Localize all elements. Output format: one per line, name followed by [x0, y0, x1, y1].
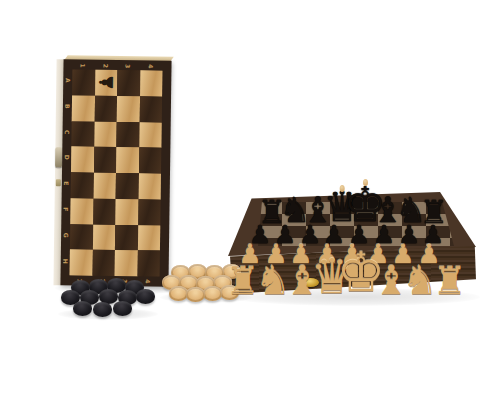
rank-label-top: 4	[147, 64, 153, 68]
board-square	[115, 224, 138, 250]
board-square	[94, 121, 117, 147]
board-square	[117, 96, 140, 122]
checker-black[interactable]	[73, 301, 92, 316]
rank-label-top: 1	[80, 63, 86, 67]
board-square	[116, 122, 139, 148]
board-square	[115, 199, 138, 225]
folded-chessboard: ♟ 12341234ABCDEFGH	[60, 59, 171, 286]
checker-black[interactable]	[136, 289, 155, 304]
board-square	[70, 224, 93, 250]
board-face: ♟ 12341234ABCDEFGH	[60, 59, 171, 286]
file-label: B	[64, 104, 70, 109]
checker-black[interactable]	[113, 301, 132, 316]
board-square	[138, 199, 161, 225]
natural-wood-finial	[363, 179, 368, 186]
board-square	[92, 224, 115, 250]
file-label: H	[62, 258, 68, 263]
board-grid: ♟	[70, 69, 163, 276]
board-square	[138, 173, 161, 199]
checker-black[interactable]	[93, 302, 112, 317]
board-square	[115, 250, 138, 276]
board-square	[71, 121, 94, 147]
file-label: D	[63, 155, 69, 160]
board-square	[140, 70, 163, 96]
board-square	[116, 147, 139, 173]
file-label: C	[63, 130, 69, 134]
board-square	[137, 225, 160, 251]
rank-label-top: 2	[102, 63, 108, 67]
board-square	[71, 147, 94, 173]
metal-hinge-icon	[56, 179, 61, 186]
board-square: ♟	[95, 70, 118, 96]
board-square	[139, 96, 162, 122]
board-square	[138, 148, 161, 174]
board-square	[137, 251, 160, 277]
board-square	[93, 198, 116, 224]
board-square	[139, 122, 162, 148]
rank-label-top: 3	[125, 64, 131, 68]
board-square	[70, 198, 93, 224]
board-square	[70, 250, 93, 276]
checker-light[interactable]	[203, 286, 222, 301]
file-label: E	[62, 181, 68, 185]
checker-light[interactable]	[186, 287, 205, 302]
board-square	[72, 69, 95, 95]
board-square	[92, 250, 115, 276]
board-square	[116, 173, 139, 199]
checker-light[interactable]	[169, 286, 188, 301]
product-photo-scene: ♟ 12341234ABCDEFGH ♜♞♝♛♚♝♞♜♟♟♟♟♟♟♟♟♟♟♟♟♟…	[0, 0, 500, 400]
board-square	[94, 147, 117, 173]
board-square	[93, 173, 116, 199]
file-label: A	[64, 78, 70, 83]
rank-label-bottom: 4	[144, 279, 150, 283]
pawn-logo-icon: ♟	[96, 74, 115, 91]
board-square	[72, 95, 95, 121]
board-square	[117, 70, 140, 96]
white-rook[interactable]: ♜	[433, 262, 467, 300]
file-label: G	[62, 233, 68, 238]
board-square	[71, 172, 94, 198]
board-square	[94, 95, 117, 121]
file-label: F	[62, 207, 68, 211]
